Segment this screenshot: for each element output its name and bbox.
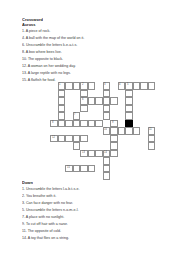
grid-cell[interactable] <box>110 127 118 135</box>
down-clue-7: 7. A place with no sunlight. <box>22 213 157 220</box>
crossword-worksheet: Crossword Across 1. A piece of rock.4. A… <box>0 0 180 256</box>
clue-number: 5 <box>127 83 128 86</box>
down-clue-5: 5. Unscramble the letters n-o-m-e-l. <box>22 206 157 213</box>
clue-number: 1 <box>59 83 60 86</box>
grid-cell[interactable]: 9 <box>110 120 118 128</box>
grid-cell[interactable] <box>58 112 66 120</box>
grid-cell[interactable]: 12 <box>50 135 58 143</box>
grid-cell[interactable] <box>140 82 148 90</box>
clue-number: 8 <box>52 121 53 124</box>
grid-cell[interactable]: 6 <box>80 97 88 105</box>
across-clue-6: 6. Unscramble the letters k-e-a-t-s. <box>22 41 157 48</box>
grid-cell[interactable] <box>80 165 88 173</box>
clue-number: 15 <box>67 166 70 169</box>
across-clue-4: 4. A ball with the map of the world on i… <box>22 34 157 41</box>
grid-cell[interactable] <box>65 135 73 143</box>
across-clue-10: 10. The opposite to black. <box>22 55 157 62</box>
clue-number: 11 <box>149 128 152 131</box>
grid-cell[interactable] <box>73 82 81 90</box>
grid-cell[interactable] <box>103 90 111 98</box>
grid-cell[interactable] <box>148 142 156 150</box>
down-clue-14: 14. A toy that flies on a string. <box>22 234 157 241</box>
grid-cell[interactable] <box>80 135 88 143</box>
clue-number: 14 <box>104 151 107 154</box>
grid-cell[interactable] <box>103 157 111 165</box>
grid-cell[interactable]: 10 <box>103 127 111 135</box>
grid-cell[interactable] <box>103 112 111 120</box>
grid-cell[interactable] <box>73 120 81 128</box>
grid-cell[interactable] <box>58 90 66 98</box>
across-heading: Across <box>22 22 157 27</box>
grid-cell[interactable] <box>133 82 141 90</box>
grid-cell[interactable] <box>88 97 96 105</box>
grid-cell[interactable] <box>80 90 88 98</box>
grid-cell[interactable] <box>103 172 111 180</box>
grid-cell[interactable] <box>110 135 118 143</box>
grid-cell[interactable] <box>125 127 133 135</box>
grid-cell[interactable] <box>65 82 73 90</box>
grid-cell[interactable] <box>125 97 133 105</box>
clue-number: 4 <box>119 83 120 86</box>
grid-cell[interactable] <box>88 120 96 128</box>
grid-cell[interactable] <box>73 142 81 150</box>
grid-cell[interactable] <box>58 135 66 143</box>
grid-cell[interactable] <box>125 105 133 113</box>
grid-cell[interactable] <box>58 97 66 105</box>
grid-cell[interactable] <box>148 135 156 143</box>
down-clue-9: 9. To cut off hair with a razor. <box>22 220 157 227</box>
grid-cell[interactable]: 2 <box>80 82 88 90</box>
clue-number: 12 <box>52 136 55 139</box>
down-clue-3: 3. Can face danger with no fear. <box>22 199 157 206</box>
grid-cell[interactable] <box>103 165 111 173</box>
grid-cell[interactable] <box>110 142 118 150</box>
grid-cell[interactable]: 15 <box>65 165 73 173</box>
grid-cell[interactable] <box>118 127 126 135</box>
down-clue-list: 1. Unscramble the letters l-a-b-t-s-e.2.… <box>22 185 157 241</box>
grid-cell[interactable] <box>88 150 96 158</box>
grid-cell[interactable]: 14 <box>103 150 111 158</box>
across-clue-list: 1. A piece of rock.4. A ball with the ma… <box>22 27 157 83</box>
clue-number: 9 <box>112 121 113 124</box>
grid-cell[interactable] <box>133 127 141 135</box>
grid-cell[interactable] <box>95 97 103 105</box>
grid-cell[interactable] <box>88 82 96 90</box>
grid-cell[interactable] <box>103 97 111 105</box>
grid-cell[interactable] <box>110 97 118 105</box>
black-cell <box>125 120 133 128</box>
grid-cell[interactable] <box>95 150 103 158</box>
crossword-grid: 123456789101112131415 <box>50 82 155 180</box>
grid-cell[interactable] <box>148 82 156 90</box>
puzzle-title: Crossword <box>22 17 157 22</box>
grid-cell[interactable] <box>73 135 81 143</box>
across-clue-13: 13. A large reptile with no legs. <box>22 69 157 76</box>
clue-number: 6 <box>82 98 83 101</box>
across-clue-8: 8. A box where bees live. <box>22 48 157 55</box>
grid-cell[interactable] <box>73 165 81 173</box>
grid-cell[interactable] <box>125 90 133 98</box>
clue-number: 10 <box>104 128 107 131</box>
grid-cell[interactable] <box>95 120 103 128</box>
grid-cell[interactable] <box>80 105 88 113</box>
across-clue-1: 1. A piece of rock. <box>22 27 157 34</box>
grid-cell[interactable] <box>110 150 118 158</box>
grid-cell[interactable]: 1 <box>58 82 66 90</box>
grid-cell[interactable]: 11 <box>148 127 156 135</box>
grid-cell[interactable] <box>58 105 66 113</box>
grid-cell[interactable]: 5 <box>125 82 133 90</box>
clue-number: 13 <box>82 151 85 154</box>
grid-cell[interactable]: 13 <box>80 150 88 158</box>
grid-cell[interactable] <box>65 120 73 128</box>
grid-cell[interactable]: 3 <box>103 82 111 90</box>
grid-cell[interactable] <box>80 120 88 128</box>
grid-cell[interactable] <box>103 105 111 113</box>
grid-cell[interactable]: 8 <box>50 120 58 128</box>
clue-number: 7 <box>74 113 75 116</box>
down-heading: Down <box>22 180 157 185</box>
grid-cell[interactable] <box>88 165 96 173</box>
grid-cell[interactable] <box>58 120 66 128</box>
grid-cell[interactable]: 4 <box>118 82 126 90</box>
across-clue-12: 12. A woman on her wedding day. <box>22 62 157 69</box>
clue-number: 2 <box>82 83 83 86</box>
grid-cell[interactable] <box>125 112 133 120</box>
grid-cell[interactable]: 7 <box>73 112 81 120</box>
down-clue-11: 11. The opposite of cold. <box>22 227 157 234</box>
clue-number: 3 <box>104 83 105 86</box>
down-clue-1: 1. Unscramble the letters l-a-b-t-s-e. <box>22 185 157 192</box>
down-clue-2: 2. You breathe with it. <box>22 192 157 199</box>
